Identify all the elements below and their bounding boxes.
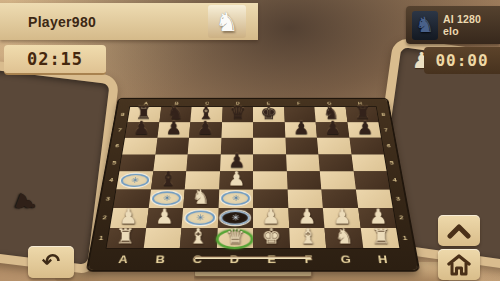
chess-board: 87654321 87654321 ABCDEFGH ABCDEFGH ♜♞♝♛…	[88, 99, 418, 270]
black-pawn[interactable]: ♟	[317, 119, 349, 137]
square-e6[interactable]	[253, 138, 286, 154]
square-d7[interactable]	[221, 122, 253, 138]
white-timer: 02:15	[4, 45, 106, 75]
white-king[interactable]: ♚	[253, 226, 289, 247]
square-d3[interactable]: ✳	[218, 189, 253, 208]
square-c5[interactable]	[186, 154, 220, 171]
file-label-E: E	[253, 99, 284, 106]
black-pawn[interactable]: ♟	[189, 119, 221, 137]
chevron-up-icon	[446, 223, 472, 239]
square-h6[interactable]	[349, 138, 384, 154]
captured-black-pawn: ♟	[10, 188, 41, 218]
square-e4[interactable]	[253, 171, 287, 189]
square-b4[interactable]: ♝	[151, 171, 187, 189]
black-player-bar: ♞ AI 1280 elo	[406, 6, 500, 44]
square-d4[interactable]: ♟	[219, 171, 253, 189]
black-pawn[interactable]: ♟	[349, 119, 381, 137]
square-b2[interactable]: ♟	[146, 208, 183, 228]
move-hint-d2[interactable]: ✳	[220, 210, 250, 225]
square-c1[interactable]: ♝	[180, 228, 217, 249]
square-b1[interactable]	[143, 228, 181, 249]
square-a7[interactable]: ♟	[125, 122, 159, 138]
black-pawn[interactable]: ♟	[125, 119, 157, 137]
square-a5[interactable]	[119, 154, 155, 171]
square-a4[interactable]: ✳	[116, 171, 152, 189]
square-h5[interactable]	[351, 154, 387, 171]
file-label-E: E	[253, 250, 290, 269]
move-hint-c2[interactable]: ✳	[185, 210, 215, 225]
white-bishop[interactable]: ♝	[289, 226, 326, 247]
black-player-name: AI 1280 elo	[443, 13, 500, 37]
square-e7[interactable]	[253, 122, 285, 138]
home-button[interactable]	[438, 249, 480, 280]
file-label-D: D	[216, 250, 253, 269]
square-a1[interactable]: ♜	[107, 228, 146, 249]
black-pawn[interactable]: ♟	[157, 119, 189, 137]
file-label-A: A	[103, 250, 143, 269]
move-hint-a4[interactable]: ✳	[120, 174, 150, 187]
white-pawn[interactable]: ♟	[146, 206, 182, 227]
square-e1[interactable]: ♚	[253, 228, 290, 249]
square-h1[interactable]: ♜	[360, 228, 399, 249]
square-c3[interactable]: ♞	[183, 189, 219, 208]
move-hint-d3[interactable]: ✳	[221, 192, 250, 206]
black-queen[interactable]: ♛	[222, 104, 253, 122]
file-label-H: H	[363, 250, 403, 269]
file-labels-bottom: ABCDEFGH	[103, 250, 402, 269]
square-f5[interactable]	[286, 154, 320, 171]
black-knight-icon: ♞	[412, 11, 438, 40]
square-e5[interactable]	[253, 154, 286, 171]
white-knight-icon: ♞	[208, 5, 246, 38]
square-c7[interactable]: ♟	[189, 122, 222, 138]
white-knight[interactable]: ♞	[183, 187, 218, 207]
game-screen: ♟ ♟ 87654321 87654321 ABCDEFGH ABCDEFGH …	[0, 0, 500, 281]
file-label-A: A	[130, 99, 162, 106]
white-player-bar: Player980 ♞	[0, 3, 258, 40]
white-rook[interactable]: ♜	[362, 226, 399, 247]
move-hint-b3[interactable]: ✳	[152, 192, 182, 206]
expand-menu-button[interactable]	[438, 215, 480, 246]
black-bishop[interactable]: ♝	[151, 169, 185, 189]
board-grid: ♜♞♝♛♚♞♜♟♟♟♟♟♟♟✳♝♟✳♞✳♟♟✳✳♟♟♟♟♜♝♛♚♝♞♜	[107, 107, 400, 248]
square-d8[interactable]: ♛	[222, 107, 253, 122]
home-icon	[447, 254, 471, 276]
square-g7[interactable]: ♟	[316, 122, 349, 138]
square-d1[interactable]: ♛	[216, 228, 253, 249]
file-label-C: C	[192, 99, 223, 106]
file-label-G: G	[326, 250, 365, 269]
turn-indicator: WHITE's TURN	[194, 256, 313, 277]
square-b6[interactable]	[155, 138, 189, 154]
file-label-G: G	[314, 99, 345, 106]
square-e8[interactable]: ♚	[253, 107, 284, 122]
square-a6[interactable]	[122, 138, 157, 154]
square-f7[interactable]: ♟	[284, 122, 317, 138]
square-f6[interactable]	[285, 138, 318, 154]
file-label-F: F	[283, 99, 314, 106]
file-label-C: C	[178, 250, 216, 269]
undo-button[interactable]: ↶	[28, 246, 74, 278]
square-b7[interactable]: ♟	[157, 122, 190, 138]
black-timer: 00:00	[424, 47, 500, 74]
file-label-D: D	[222, 99, 253, 106]
square-g6[interactable]	[317, 138, 351, 154]
file-label-B: B	[161, 99, 192, 106]
white-knight[interactable]: ♞	[326, 226, 363, 247]
black-king[interactable]: ♚	[253, 104, 284, 122]
square-f4[interactable]	[286, 171, 321, 189]
board-frame: 87654321 87654321 ABCDEFGH ABCDEFGH ♜♞♝♛…	[88, 99, 418, 270]
square-g4[interactable]	[320, 171, 356, 189]
undo-icon: ↶	[42, 251, 60, 273]
file-labels-top: ABCDEFGH	[130, 99, 375, 106]
square-g1[interactable]: ♞	[324, 228, 362, 249]
square-h4[interactable]	[353, 171, 389, 189]
white-rook[interactable]: ♜	[107, 226, 144, 247]
white-queen[interactable]: ♛	[217, 226, 253, 247]
white-player-name: Player980	[28, 14, 96, 30]
file-label-F: F	[290, 250, 328, 269]
square-c6[interactable]	[188, 138, 221, 154]
square-g5[interactable]	[318, 154, 353, 171]
file-label-B: B	[141, 250, 180, 269]
square-f1[interactable]: ♝	[289, 228, 326, 249]
white-pawn[interactable]: ♟	[219, 169, 253, 189]
square-h7[interactable]: ♟	[347, 122, 381, 138]
white-bishop[interactable]: ♝	[180, 226, 217, 247]
black-pawn[interactable]: ♟	[285, 119, 317, 137]
file-label-H: H	[344, 99, 376, 106]
